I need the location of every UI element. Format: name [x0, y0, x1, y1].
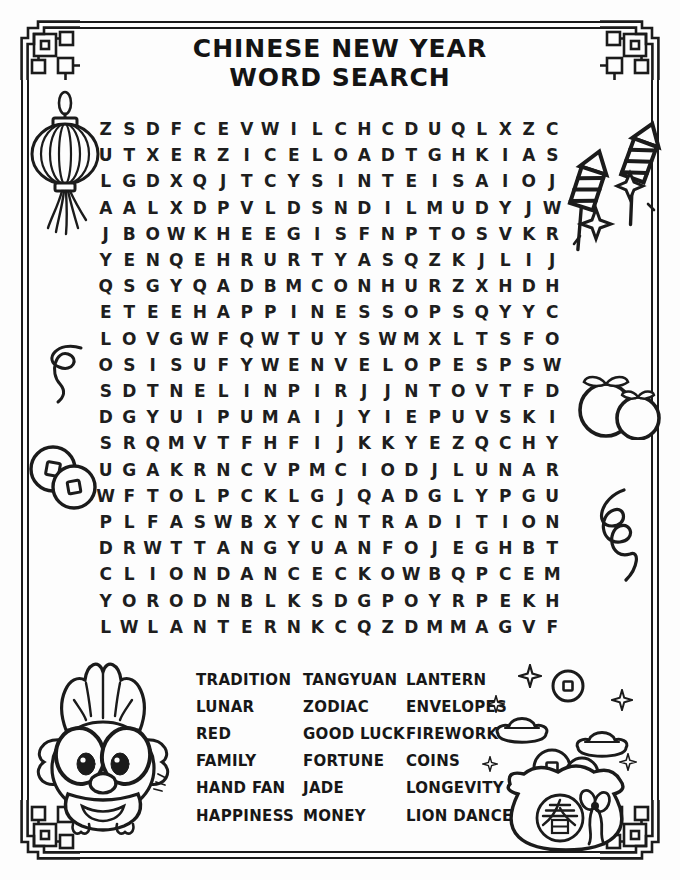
grid-cell[interactable]: B — [118, 221, 142, 247]
grid-cell[interactable]: R — [423, 273, 447, 299]
grid-cell[interactable]: W — [188, 326, 212, 352]
grid-cell[interactable]: E — [447, 352, 471, 378]
grid-cell[interactable]: I — [306, 378, 330, 404]
grid-cell[interactable]: Q — [470, 299, 494, 325]
grid-cell[interactable]: R — [118, 430, 142, 456]
grid-cell[interactable]: Y — [470, 483, 494, 509]
grid-cell[interactable]: T — [118, 142, 142, 168]
grid-cell[interactable]: F — [212, 326, 236, 352]
grid-cell[interactable]: W — [541, 352, 565, 378]
grid-cell[interactable]: E — [212, 116, 236, 142]
grid-cell[interactable]: Y — [282, 535, 306, 561]
grid-cell[interactable]: C — [235, 457, 259, 483]
grid-cell[interactable]: V — [188, 430, 212, 456]
grid-cell[interactable]: A — [400, 509, 424, 535]
grid-cell[interactable]: R — [188, 457, 212, 483]
grid-cell[interactable]: V — [329, 352, 353, 378]
grid-cell[interactable]: K — [517, 221, 541, 247]
grid-cell[interactable]: U — [400, 273, 424, 299]
grid-cell[interactable]: W — [212, 509, 236, 535]
grid-cell[interactable]: N — [141, 247, 165, 273]
grid-cell[interactable]: Y — [235, 352, 259, 378]
grid-cell[interactable]: D — [188, 195, 212, 221]
grid-cell[interactable]: Y — [141, 404, 165, 430]
grid-cell[interactable]: E — [282, 142, 306, 168]
grid-cell[interactable]: T — [212, 614, 236, 640]
grid-cell[interactable]: E — [353, 352, 377, 378]
grid-cell[interactable]: L — [447, 457, 471, 483]
word-list-item[interactable]: GOOD LUCK — [303, 720, 406, 747]
grid-cell[interactable]: S — [353, 326, 377, 352]
grid-cell[interactable]: S — [494, 404, 518, 430]
grid-cell[interactable]: O — [118, 588, 142, 614]
grid-cell[interactable]: M — [259, 404, 283, 430]
grid-cell[interactable]: K — [188, 221, 212, 247]
grid-cell[interactable]: V — [259, 457, 283, 483]
grid-cell[interactable]: X — [494, 116, 518, 142]
grid-cell[interactable]: M — [423, 195, 447, 221]
grid-cell[interactable]: M — [447, 614, 471, 640]
grid-cell[interactable]: P — [494, 483, 518, 509]
grid-cell[interactable]: A — [212, 299, 236, 325]
grid-cell[interactable]: O — [165, 588, 189, 614]
grid-cell[interactable]: I — [235, 378, 259, 404]
grid-cell[interactable]: U — [447, 404, 471, 430]
grid-cell[interactable]: A — [118, 195, 142, 221]
grid-cell[interactable]: N — [212, 588, 236, 614]
grid-cell[interactable]: J — [517, 195, 541, 221]
grid-cell[interactable]: U — [259, 247, 283, 273]
grid-cell[interactable]: R — [541, 457, 565, 483]
grid-cell[interactable]: B — [235, 509, 259, 535]
word-list-item[interactable]: TRADITION — [196, 666, 303, 693]
grid-cell[interactable]: K — [517, 404, 541, 430]
grid-cell[interactable]: N — [329, 195, 353, 221]
grid-cell[interactable]: S — [118, 273, 142, 299]
grid-cell[interactable]: C — [259, 168, 283, 194]
grid-cell[interactable]: T — [118, 299, 142, 325]
grid-cell[interactable]: F — [235, 430, 259, 456]
grid-cell[interactable]: Q — [470, 430, 494, 456]
grid-cell[interactable]: K — [517, 588, 541, 614]
grid-cell[interactable]: P — [494, 352, 518, 378]
grid-cell[interactable]: B — [517, 535, 541, 561]
grid-cell[interactable]: O — [400, 299, 424, 325]
word-list-item[interactable]: RED — [196, 720, 303, 747]
grid-cell[interactable]: V — [235, 195, 259, 221]
grid-cell[interactable]: R — [188, 142, 212, 168]
grid-cell[interactable]: L — [259, 588, 283, 614]
grid-cell[interactable]: H — [212, 247, 236, 273]
grid-cell[interactable]: C — [329, 561, 353, 587]
grid-cell[interactable]: E — [165, 142, 189, 168]
grid-cell[interactable]: O — [517, 168, 541, 194]
grid-cell[interactable]: C — [259, 142, 283, 168]
grid-cell[interactable]: L — [282, 483, 306, 509]
grid-cell[interactable]: A — [165, 509, 189, 535]
grid-cell[interactable]: O — [376, 457, 400, 483]
grid-cell[interactable]: A — [282, 404, 306, 430]
grid-cell[interactable]: D — [353, 195, 377, 221]
grid-cell[interactable]: A — [470, 614, 494, 640]
grid-cell[interactable]: H — [541, 588, 565, 614]
grid-cell[interactable]: M — [165, 430, 189, 456]
grid-cell[interactable]: M — [282, 273, 306, 299]
word-list-item[interactable]: TANGYUAN — [303, 666, 406, 693]
word-list-item[interactable]: HAPPINESS — [196, 802, 303, 829]
word-list-item[interactable]: HAND FAN — [196, 775, 303, 802]
grid-cell[interactable]: O — [329, 273, 353, 299]
grid-cell[interactable]: G — [470, 535, 494, 561]
word-list-item[interactable]: MONEY — [303, 802, 406, 829]
grid-cell[interactable]: C — [494, 561, 518, 587]
grid-cell[interactable]: S — [329, 221, 353, 247]
grid-cell[interactable]: X — [470, 273, 494, 299]
grid-cell[interactable]: U — [470, 457, 494, 483]
grid-cell[interactable]: S — [353, 299, 377, 325]
grid-cell[interactable]: M — [306, 457, 330, 483]
grid-cell[interactable]: P — [400, 221, 424, 247]
grid-cell[interactable]: E — [329, 299, 353, 325]
grid-cell[interactable]: K — [165, 457, 189, 483]
grid-cell[interactable]: U — [423, 116, 447, 142]
grid-cell[interactable]: E — [165, 299, 189, 325]
grid-cell[interactable]: N — [353, 168, 377, 194]
grid-cell[interactable]: L — [400, 195, 424, 221]
grid-cell[interactable]: S — [447, 299, 471, 325]
grid-cell[interactable]: S — [118, 352, 142, 378]
grid-cell[interactable]: D — [400, 116, 424, 142]
grid-cell[interactable]: C — [188, 116, 212, 142]
grid-cell[interactable]: Z — [212, 142, 236, 168]
grid-cell[interactable]: K — [376, 430, 400, 456]
grid-cell[interactable]: A — [212, 535, 236, 561]
grid-cell[interactable]: H — [447, 142, 471, 168]
grid-cell[interactable]: R — [141, 588, 165, 614]
grid-cell[interactable]: Y — [541, 430, 565, 456]
grid-cell[interactable]: W — [259, 352, 283, 378]
grid-cell[interactable]: D — [400, 457, 424, 483]
grid-cell[interactable]: D — [400, 483, 424, 509]
grid-cell[interactable]: I — [306, 221, 330, 247]
grid-cell[interactable]: S — [306, 588, 330, 614]
grid-cell[interactable]: Q — [188, 273, 212, 299]
grid-cell[interactable]: K — [447, 247, 471, 273]
grid-cell[interactable]: P — [235, 299, 259, 325]
grid-cell[interactable]: C — [329, 116, 353, 142]
grid-cell[interactable]: I — [329, 168, 353, 194]
grid-cell[interactable]: N — [541, 509, 565, 535]
grid-cell[interactable]: T — [353, 509, 377, 535]
grid-cell[interactable]: Z — [447, 273, 471, 299]
grid-cell[interactable]: F — [376, 535, 400, 561]
grid-cell[interactable]: I — [141, 561, 165, 587]
grid-cell[interactable]: S — [118, 116, 142, 142]
word-list-item[interactable]: LUNAR — [196, 693, 303, 720]
grid-cell[interactable]: G — [165, 326, 189, 352]
grid-cell[interactable]: T — [141, 483, 165, 509]
grid-cell[interactable]: L — [447, 326, 471, 352]
grid-cell[interactable]: R — [329, 378, 353, 404]
grid-cell[interactable]: T — [306, 247, 330, 273]
grid-cell[interactable]: N — [282, 614, 306, 640]
grid-cell[interactable]: A — [353, 247, 377, 273]
grid-cell[interactable]: N — [259, 561, 283, 587]
grid-cell[interactable]: R — [259, 614, 283, 640]
grid-cell[interactable]: F — [517, 326, 541, 352]
grid-cell[interactable]: N — [376, 221, 400, 247]
grid-cell[interactable]: A — [376, 483, 400, 509]
grid-cell[interactable]: G — [494, 614, 518, 640]
grid-cell[interactable]: E — [259, 221, 283, 247]
grid-cell[interactable]: T — [165, 535, 189, 561]
grid-cell[interactable]: Q — [165, 247, 189, 273]
grid-cell[interactable]: P — [423, 404, 447, 430]
grid-cell[interactable]: T — [541, 535, 565, 561]
grid-cell[interactable]: G — [141, 273, 165, 299]
grid-cell[interactable]: Q — [447, 116, 471, 142]
grid-cell[interactable]: S — [541, 142, 565, 168]
grid-cell[interactable]: H — [188, 299, 212, 325]
grid-cell[interactable]: Y — [423, 588, 447, 614]
grid-cell[interactable]: N — [494, 457, 518, 483]
grid-cell[interactable]: P — [470, 561, 494, 587]
grid-cell[interactable]: X — [165, 195, 189, 221]
grid-cell[interactable]: N — [188, 614, 212, 640]
grid-cell[interactable]: K — [306, 614, 330, 640]
grid-cell[interactable]: O — [400, 352, 424, 378]
grid-cell[interactable]: L — [94, 326, 118, 352]
grid-cell[interactable]: P — [259, 299, 283, 325]
grid-cell[interactable]: T — [400, 142, 424, 168]
grid-cell[interactable]: N — [400, 378, 424, 404]
grid-cell[interactable]: C — [329, 457, 353, 483]
grid-cell[interactable]: M — [541, 561, 565, 587]
grid-cell[interactable]: X — [259, 509, 283, 535]
grid-cell[interactable]: H — [212, 221, 236, 247]
grid-cell[interactable]: T — [141, 378, 165, 404]
grid-cell[interactable]: Y — [494, 299, 518, 325]
grid-cell[interactable]: P — [423, 299, 447, 325]
grid-cell[interactable]: K — [353, 430, 377, 456]
grid-cell[interactable]: P — [212, 483, 236, 509]
grid-cell[interactable]: W — [118, 614, 142, 640]
grid-cell[interactable]: H — [376, 273, 400, 299]
grid-cell[interactable]: C — [329, 614, 353, 640]
grid-cell[interactable]: E — [306, 561, 330, 587]
grid-cell[interactable]: X — [165, 168, 189, 194]
grid-cell[interactable]: I — [494, 509, 518, 535]
grid-cell[interactable]: B — [423, 561, 447, 587]
grid-cell[interactable]: F — [541, 614, 565, 640]
grid-cell[interactable]: Y — [165, 273, 189, 299]
grid-cell[interactable]: Z — [423, 247, 447, 273]
grid-cell[interactable]: R — [118, 535, 142, 561]
grid-cell[interactable]: T — [423, 221, 447, 247]
grid-cell[interactable]: X — [141, 142, 165, 168]
grid-cell[interactable]: O — [165, 561, 189, 587]
grid-cell[interactable]: P — [423, 352, 447, 378]
grid-cell[interactable]: N — [165, 378, 189, 404]
grid-cell[interactable]: D — [212, 561, 236, 587]
grid-cell[interactable]: C — [94, 561, 118, 587]
grid-cell[interactable]: D — [235, 273, 259, 299]
grid-cell[interactable]: J — [423, 457, 447, 483]
grid-cell[interactable]: L — [94, 614, 118, 640]
grid-cell[interactable]: S — [494, 326, 518, 352]
grid-cell[interactable]: T — [282, 326, 306, 352]
grid-cell[interactable]: Y — [329, 326, 353, 352]
grid-cell[interactable]: F — [141, 509, 165, 535]
grid-cell[interactable]: I — [494, 168, 518, 194]
word-list-item[interactable]: FORTUNE — [303, 748, 406, 775]
grid-cell[interactable]: A — [235, 561, 259, 587]
grid-cell[interactable]: Q — [94, 273, 118, 299]
grid-cell[interactable]: E — [235, 221, 259, 247]
grid-cell[interactable]: C — [306, 273, 330, 299]
grid-cell[interactable]: A — [517, 457, 541, 483]
grid-cell[interactable]: O — [400, 535, 424, 561]
grid-cell[interactable]: I — [376, 195, 400, 221]
grid-cell[interactable]: I — [353, 457, 377, 483]
grid-cell[interactable]: S — [306, 195, 330, 221]
grid-cell[interactable]: V — [470, 404, 494, 430]
grid-cell[interactable]: I — [141, 352, 165, 378]
grid-cell[interactable]: K — [259, 483, 283, 509]
grid-cell[interactable]: Q — [188, 168, 212, 194]
grid-cell[interactable]: J — [376, 378, 400, 404]
grid-cell[interactable]: I — [235, 142, 259, 168]
grid-cell[interactable]: Q — [353, 483, 377, 509]
grid-cell[interactable]: A — [353, 142, 377, 168]
grid-cell[interactable]: S — [470, 352, 494, 378]
grid-cell[interactable]: L — [306, 142, 330, 168]
grid-cell[interactable]: G — [306, 483, 330, 509]
grid-cell[interactable]: G — [118, 457, 142, 483]
grid-cell[interactable]: L — [212, 378, 236, 404]
grid-cell[interactable]: E — [141, 299, 165, 325]
grid-cell[interactable]: D — [329, 588, 353, 614]
grid-cell[interactable]: V — [141, 326, 165, 352]
grid-cell[interactable]: J — [329, 404, 353, 430]
grid-cell[interactable]: T — [470, 509, 494, 535]
grid-cell[interactable]: A — [329, 535, 353, 561]
grid-cell[interactable]: I — [282, 299, 306, 325]
grid-cell[interactable]: R — [376, 509, 400, 535]
grid-cell[interactable]: L — [118, 509, 142, 535]
grid-cell[interactable]: F — [118, 483, 142, 509]
grid-cell[interactable]: N — [212, 457, 236, 483]
word-list-item[interactable]: JADE — [303, 775, 406, 802]
grid-cell[interactable]: O — [141, 221, 165, 247]
grid-cell[interactable]: W — [400, 561, 424, 587]
grid-cell[interactable]: N — [259, 378, 283, 404]
grid-cell[interactable]: H — [494, 535, 518, 561]
grid-cell[interactable]: Y — [400, 430, 424, 456]
grid-cell[interactable]: J — [329, 430, 353, 456]
grid-cell[interactable]: C — [494, 430, 518, 456]
grid-cell[interactable]: F — [212, 352, 236, 378]
grid-cell[interactable]: Q — [235, 326, 259, 352]
grid-cell[interactable]: E — [188, 378, 212, 404]
grid-cell[interactable]: K — [353, 561, 377, 587]
grid-cell[interactable]: S — [376, 299, 400, 325]
grid-cell[interactable]: W — [259, 326, 283, 352]
grid-cell[interactable]: W — [259, 116, 283, 142]
grid-cell[interactable]: W — [165, 221, 189, 247]
grid-cell[interactable]: T — [212, 430, 236, 456]
grid-cell[interactable]: S — [306, 168, 330, 194]
grid-cell[interactable]: V — [470, 378, 494, 404]
grid-cell[interactable]: I — [541, 404, 565, 430]
grid-cell[interactable]: Q — [353, 614, 377, 640]
grid-cell[interactable]: M — [400, 326, 424, 352]
grid-cell[interactable]: P — [212, 195, 236, 221]
grid-cell[interactable]: P — [376, 588, 400, 614]
grid-cell[interactable]: K — [282, 588, 306, 614]
grid-cell[interactable]: S — [165, 352, 189, 378]
grid-cell[interactable]: H — [259, 430, 283, 456]
grid-cell[interactable]: D — [141, 116, 165, 142]
grid-cell[interactable]: L — [118, 561, 142, 587]
grid-cell[interactable]: V — [517, 614, 541, 640]
grid-cell[interactable]: G — [353, 588, 377, 614]
grid-cell[interactable]: S — [470, 221, 494, 247]
grid-cell[interactable]: Q — [400, 247, 424, 273]
grid-cell[interactable]: D — [423, 509, 447, 535]
grid-cell[interactable]: D — [94, 404, 118, 430]
grid-cell[interactable]: P — [282, 378, 306, 404]
grid-cell[interactable]: A — [141, 457, 165, 483]
grid-cell[interactable]: I — [376, 404, 400, 430]
grid-cell[interactable]: R — [235, 247, 259, 273]
grid-cell[interactable]: X — [423, 326, 447, 352]
grid-cell[interactable]: B — [235, 588, 259, 614]
grid-cell[interactable]: A — [212, 273, 236, 299]
grid-cell[interactable]: F — [282, 430, 306, 456]
grid-cell[interactable]: C — [282, 561, 306, 587]
grid-cell[interactable]: G — [282, 221, 306, 247]
grid-cell[interactable]: U — [235, 404, 259, 430]
grid-cell[interactable]: C — [235, 483, 259, 509]
grid-cell[interactable]: A — [470, 168, 494, 194]
grid-cell[interactable]: E — [517, 561, 541, 587]
grid-cell[interactable]: J — [541, 168, 565, 194]
grid-cell[interactable]: C — [541, 299, 565, 325]
grid-cell[interactable]: W — [541, 195, 565, 221]
grid-cell[interactable]: E — [494, 588, 518, 614]
grid-cell[interactable]: M — [423, 614, 447, 640]
grid-cell[interactable]: A — [165, 614, 189, 640]
grid-cell[interactable]: P — [470, 588, 494, 614]
grid-cell[interactable]: S — [188, 509, 212, 535]
grid-cell[interactable]: O — [447, 221, 471, 247]
grid-cell[interactable]: T — [470, 326, 494, 352]
grid-cell[interactable]: U — [306, 326, 330, 352]
grid-cell[interactable]: Z — [376, 614, 400, 640]
grid-cell[interactable]: G — [259, 535, 283, 561]
grid-cell[interactable]: R — [282, 247, 306, 273]
grid-cell[interactable]: O — [400, 588, 424, 614]
grid-cell[interactable]: N — [353, 273, 377, 299]
grid-cell[interactable]: L — [470, 116, 494, 142]
grid-cell[interactable]: E — [94, 299, 118, 325]
grid-cell[interactable]: H — [494, 273, 518, 299]
grid-cell[interactable]: Y — [282, 509, 306, 535]
grid-cell[interactable]: Y — [94, 588, 118, 614]
grid-cell[interactable]: O — [118, 326, 142, 352]
grid-cell[interactable]: Z — [517, 116, 541, 142]
